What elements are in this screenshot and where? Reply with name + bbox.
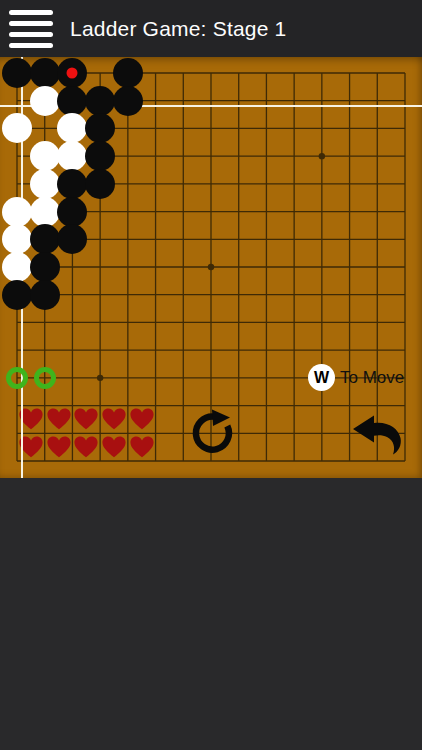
intersection[interactable] <box>280 336 308 364</box>
intersection[interactable] <box>280 281 308 309</box>
white-stone <box>2 224 32 254</box>
intersection[interactable] <box>280 364 308 392</box>
intersection[interactable] <box>169 308 197 336</box>
black-stone <box>2 280 32 310</box>
intersection[interactable] <box>169 364 197 392</box>
intersection[interactable] <box>197 170 225 198</box>
intersection[interactable] <box>114 115 142 143</box>
intersection[interactable] <box>3 419 31 447</box>
intersection[interactable] <box>225 198 253 226</box>
intersection[interactable] <box>59 308 87 336</box>
intersection[interactable] <box>225 59 253 87</box>
intersection[interactable] <box>59 253 87 281</box>
intersection[interactable] <box>114 419 142 447</box>
intersection[interactable] <box>225 170 253 198</box>
intersection[interactable] <box>31 308 59 336</box>
intersection[interactable] <box>391 253 419 281</box>
intersection[interactable] <box>336 225 364 253</box>
intersection[interactable] <box>142 336 170 364</box>
intersection[interactable] <box>363 447 391 475</box>
white-stone <box>30 141 60 171</box>
intersection[interactable] <box>197 59 225 87</box>
black-stone <box>57 86 87 116</box>
intersection[interactable] <box>308 308 336 336</box>
black-stone <box>30 280 60 310</box>
intersection[interactable] <box>59 225 87 253</box>
intersection[interactable] <box>280 253 308 281</box>
intersection[interactable] <box>197 308 225 336</box>
intersection[interactable] <box>197 392 225 420</box>
intersection[interactable] <box>280 170 308 198</box>
intersection[interactable] <box>363 170 391 198</box>
intersection[interactable] <box>336 142 364 170</box>
intersection[interactable] <box>169 59 197 87</box>
intersection[interactable] <box>31 392 59 420</box>
intersection[interactable] <box>197 419 225 447</box>
menu-bar <box>9 43 53 48</box>
intersection[interactable] <box>86 336 114 364</box>
intersection[interactable] <box>114 364 142 392</box>
intersection[interactable] <box>252 170 280 198</box>
intersection[interactable] <box>391 225 419 253</box>
hamburger-menu-icon[interactable] <box>9 10 53 48</box>
intersection[interactable] <box>280 308 308 336</box>
intersection[interactable] <box>197 281 225 309</box>
intersection[interactable] <box>336 281 364 309</box>
intersection[interactable] <box>59 364 87 392</box>
intersection[interactable] <box>86 170 114 198</box>
intersection[interactable] <box>59 87 87 115</box>
intersection[interactable] <box>252 336 280 364</box>
intersection[interactable] <box>280 59 308 87</box>
intersection[interactable] <box>31 336 59 364</box>
intersection[interactable] <box>197 115 225 143</box>
intersection[interactable] <box>86 142 114 170</box>
intersection[interactable] <box>391 336 419 364</box>
intersection[interactable] <box>31 198 59 226</box>
intersection[interactable] <box>197 142 225 170</box>
white-stone <box>2 252 32 282</box>
intersection[interactable] <box>197 225 225 253</box>
intersection[interactable] <box>169 198 197 226</box>
intersection[interactable] <box>225 336 253 364</box>
intersection[interactable] <box>114 142 142 170</box>
intersection[interactable] <box>169 87 197 115</box>
intersection[interactable] <box>86 115 114 143</box>
intersection[interactable] <box>3 225 31 253</box>
green-circle-marker <box>6 367 28 389</box>
intersection[interactable] <box>142 115 170 143</box>
intersection[interactable] <box>142 281 170 309</box>
intersection[interactable] <box>308 170 336 198</box>
intersection[interactable] <box>363 59 391 87</box>
intersection[interactable] <box>336 447 364 475</box>
black-stone <box>57 197 87 227</box>
intersection[interactable] <box>114 308 142 336</box>
intersection[interactable] <box>363 198 391 226</box>
intersection[interactable] <box>363 87 391 115</box>
intersection[interactable] <box>308 225 336 253</box>
intersection[interactable] <box>225 364 253 392</box>
intersection[interactable] <box>59 419 87 447</box>
intersection[interactable] <box>252 308 280 336</box>
intersection[interactable] <box>86 419 114 447</box>
intersection[interactable] <box>59 170 87 198</box>
intersection[interactable] <box>308 447 336 475</box>
intersection[interactable] <box>391 87 419 115</box>
intersection[interactable] <box>336 392 364 420</box>
last-move-marker <box>67 67 78 78</box>
intersection[interactable] <box>3 253 31 281</box>
intersection[interactable] <box>252 87 280 115</box>
intersection[interactable] <box>169 170 197 198</box>
intersection[interactable] <box>31 170 59 198</box>
intersection[interactable] <box>3 281 31 309</box>
intersection[interactable] <box>59 336 87 364</box>
intersection[interactable] <box>252 142 280 170</box>
intersection[interactable] <box>197 253 225 281</box>
intersection[interactable] <box>169 392 197 420</box>
intersection[interactable] <box>252 447 280 475</box>
intersection[interactable] <box>225 419 253 447</box>
intersection[interactable] <box>3 308 31 336</box>
white-stone <box>57 141 87 171</box>
intersection[interactable] <box>363 225 391 253</box>
intersection[interactable] <box>86 447 114 475</box>
intersection[interactable] <box>363 336 391 364</box>
intersection[interactable] <box>3 198 31 226</box>
intersection[interactable] <box>114 59 142 87</box>
intersection[interactable] <box>59 115 87 143</box>
intersection[interactable] <box>391 59 419 87</box>
black-stone <box>57 58 87 88</box>
intersection[interactable] <box>280 447 308 475</box>
intersection[interactable] <box>59 59 87 87</box>
intersection[interactable] <box>114 253 142 281</box>
intersection[interactable] <box>225 447 253 475</box>
intersection[interactable] <box>169 225 197 253</box>
intersection[interactable] <box>169 142 197 170</box>
intersection[interactable] <box>3 392 31 420</box>
intersection[interactable] <box>169 281 197 309</box>
intersection[interactable] <box>391 198 419 226</box>
intersection[interactable] <box>114 225 142 253</box>
white-stone <box>30 86 60 116</box>
black-stone <box>113 86 143 116</box>
black-stone <box>30 224 60 254</box>
black-stone <box>2 58 32 88</box>
white-stone <box>30 169 60 199</box>
intersection[interactable] <box>308 419 336 447</box>
menu-bar <box>9 32 53 37</box>
intersection[interactable] <box>225 392 253 420</box>
intersection[interactable] <box>3 447 31 475</box>
intersection[interactable] <box>336 115 364 143</box>
intersection[interactable] <box>252 198 280 226</box>
intersection[interactable] <box>308 336 336 364</box>
intersection[interactable] <box>225 253 253 281</box>
intersection[interactable] <box>252 115 280 143</box>
intersection[interactable] <box>169 115 197 143</box>
intersection[interactable] <box>31 225 59 253</box>
intersection[interactable] <box>391 419 419 447</box>
intersection[interactable] <box>114 198 142 226</box>
intersection[interactable] <box>225 115 253 143</box>
intersection[interactable] <box>142 225 170 253</box>
intersection[interactable] <box>31 87 59 115</box>
intersection[interactable] <box>31 253 59 281</box>
intersection[interactable] <box>86 253 114 281</box>
intersection[interactable] <box>86 225 114 253</box>
white-stone <box>30 197 60 227</box>
intersection[interactable] <box>86 198 114 226</box>
black-stone <box>30 252 60 282</box>
intersection[interactable] <box>225 308 253 336</box>
intersection[interactable] <box>225 281 253 309</box>
intersection[interactable] <box>86 364 114 392</box>
intersection[interactable] <box>363 392 391 420</box>
intersection[interactable] <box>308 142 336 170</box>
intersection[interactable] <box>336 253 364 281</box>
intersection[interactable] <box>308 281 336 309</box>
intersection[interactable] <box>59 447 87 475</box>
intersection[interactable] <box>391 308 419 336</box>
intersection[interactable] <box>114 336 142 364</box>
white-stone <box>2 197 32 227</box>
intersection[interactable] <box>336 308 364 336</box>
intersection[interactable] <box>142 364 170 392</box>
intersection[interactable] <box>169 447 197 475</box>
intersection[interactable] <box>391 142 419 170</box>
intersection[interactable] <box>59 198 87 226</box>
black-stone <box>85 141 115 171</box>
intersection[interactable] <box>252 364 280 392</box>
intersection[interactable] <box>142 419 170 447</box>
intersection[interactable] <box>31 59 59 87</box>
intersection[interactable] <box>252 392 280 420</box>
intersection[interactable] <box>59 392 87 420</box>
intersection[interactable] <box>31 115 59 143</box>
intersection[interactable] <box>252 253 280 281</box>
intersection[interactable] <box>280 142 308 170</box>
intersection[interactable] <box>3 170 31 198</box>
intersection[interactable] <box>197 198 225 226</box>
menu-bar <box>9 10 53 15</box>
intersection[interactable] <box>336 419 364 447</box>
intersection[interactable] <box>114 447 142 475</box>
black-stone <box>30 58 60 88</box>
intersection[interactable] <box>142 142 170 170</box>
intersection[interactable] <box>3 87 31 115</box>
intersection[interactable] <box>252 59 280 87</box>
menu-bar <box>9 21 53 26</box>
to-move-label: To Move <box>340 368 404 388</box>
intersection[interactable] <box>3 336 31 364</box>
intersection[interactable] <box>308 253 336 281</box>
intersection[interactable] <box>169 419 197 447</box>
intersection[interactable] <box>280 419 308 447</box>
intersection[interactable] <box>308 59 336 87</box>
intersection[interactable] <box>391 281 419 309</box>
intersection[interactable] <box>31 281 59 309</box>
intersection[interactable] <box>86 59 114 87</box>
intersection[interactable] <box>391 392 419 420</box>
intersection[interactable] <box>280 225 308 253</box>
intersection[interactable] <box>142 308 170 336</box>
intersection[interactable] <box>252 281 280 309</box>
intersection[interactable] <box>225 87 253 115</box>
black-stone <box>85 169 115 199</box>
intersection[interactable] <box>363 419 391 447</box>
intersection[interactable] <box>336 59 364 87</box>
white-stone-badge: W <box>308 364 335 391</box>
intersection[interactable] <box>3 59 31 87</box>
black-stone <box>57 224 87 254</box>
black-stone <box>85 86 115 116</box>
intersection[interactable] <box>308 115 336 143</box>
intersection[interactable] <box>363 253 391 281</box>
intersection[interactable] <box>142 447 170 475</box>
intersection[interactable] <box>391 447 419 475</box>
intersection[interactable] <box>363 281 391 309</box>
white-stone <box>2 113 32 143</box>
intersection[interactable] <box>142 59 170 87</box>
green-circle-marker <box>34 367 56 389</box>
intersection[interactable] <box>280 392 308 420</box>
intersection[interactable] <box>197 447 225 475</box>
intersection[interactable] <box>31 419 59 447</box>
black-stone <box>57 169 87 199</box>
intersection[interactable] <box>336 170 364 198</box>
intersection[interactable] <box>114 170 142 198</box>
black-stone <box>85 113 115 143</box>
intersection[interactable] <box>197 87 225 115</box>
intersection[interactable] <box>252 225 280 253</box>
intersection[interactable] <box>363 115 391 143</box>
intersection[interactable] <box>142 87 170 115</box>
intersection[interactable] <box>142 392 170 420</box>
intersection[interactable] <box>280 198 308 226</box>
intersection[interactable] <box>3 142 31 170</box>
intersection[interactable] <box>59 142 87 170</box>
intersection[interactable] <box>336 198 364 226</box>
intersection[interactable] <box>142 198 170 226</box>
intersection[interactable] <box>197 336 225 364</box>
intersection[interactable] <box>280 115 308 143</box>
intersection[interactable] <box>86 281 114 309</box>
intersection[interactable] <box>31 447 59 475</box>
intersection[interactable] <box>86 308 114 336</box>
white-stone <box>57 113 87 143</box>
board-intersections <box>3 59 419 475</box>
intersection[interactable] <box>308 87 336 115</box>
intersection[interactable] <box>114 281 142 309</box>
intersection[interactable] <box>252 419 280 447</box>
intersection[interactable] <box>31 142 59 170</box>
to-move-indicator: W To Move <box>308 364 404 391</box>
intersection[interactable] <box>391 115 419 143</box>
go-board: W To Move <box>0 57 422 478</box>
intersection[interactable] <box>280 87 308 115</box>
page-title: Ladder Game: Stage 1 <box>70 17 286 41</box>
intersection[interactable] <box>142 170 170 198</box>
intersection[interactable] <box>308 198 336 226</box>
intersection[interactable] <box>3 115 31 143</box>
intersection[interactable] <box>86 87 114 115</box>
intersection[interactable] <box>114 392 142 420</box>
intersection[interactable] <box>336 336 364 364</box>
intersection[interactable] <box>169 336 197 364</box>
intersection[interactable] <box>363 308 391 336</box>
intersection[interactable] <box>197 364 225 392</box>
intersection[interactable] <box>114 87 142 115</box>
intersection[interactable] <box>225 142 253 170</box>
intersection[interactable] <box>308 392 336 420</box>
intersection[interactable] <box>391 170 419 198</box>
intersection[interactable] <box>363 142 391 170</box>
intersection[interactable] <box>86 392 114 420</box>
intersection[interactable] <box>336 87 364 115</box>
black-stone <box>113 58 143 88</box>
title-bar: Ladder Game: Stage 1 <box>0 0 422 57</box>
intersection[interactable] <box>142 253 170 281</box>
intersection[interactable] <box>169 253 197 281</box>
intersection[interactable] <box>59 281 87 309</box>
intersection[interactable] <box>225 225 253 253</box>
